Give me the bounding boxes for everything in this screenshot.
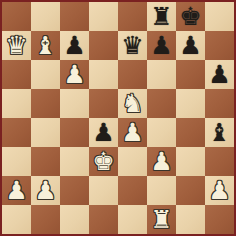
square-g4[interactable] [176,118,205,147]
square-h5[interactable] [205,89,234,118]
square-d3[interactable]: ♚ [89,147,118,176]
square-g2[interactable] [176,176,205,205]
square-c2[interactable] [60,176,89,205]
white-pawn[interactable]: ♟ [34,176,56,205]
square-b3[interactable] [31,147,60,176]
square-d6[interactable] [89,60,118,89]
chessboard: ♜♚♛♝♟♛♟♟♟♟♞♟♟♝♚♟♟♟♟♜ [2,2,234,234]
square-b1[interactable] [31,205,60,234]
chessboard-frame: ♜♚♛♝♟♛♟♟♟♟♞♟♟♝♚♟♟♟♟♜ [0,0,236,236]
square-c8[interactable] [60,2,89,31]
square-d5[interactable] [89,89,118,118]
square-a6[interactable] [2,60,31,89]
square-e7[interactable]: ♛ [118,31,147,60]
square-h8[interactable] [205,2,234,31]
square-c1[interactable] [60,205,89,234]
square-g5[interactable] [176,89,205,118]
square-a3[interactable] [2,147,31,176]
square-a7[interactable]: ♛ [2,31,31,60]
square-a2[interactable]: ♟ [2,176,31,205]
square-c4[interactable] [60,118,89,147]
square-a1[interactable] [2,205,31,234]
black-pawn[interactable]: ♟ [150,31,172,60]
square-f4[interactable] [147,118,176,147]
square-e2[interactable] [118,176,147,205]
square-b6[interactable] [31,60,60,89]
square-a4[interactable] [2,118,31,147]
square-h2[interactable]: ♟ [205,176,234,205]
square-h7[interactable] [205,31,234,60]
square-a8[interactable] [2,2,31,31]
square-f1[interactable]: ♜ [147,205,176,234]
square-c7[interactable]: ♟ [60,31,89,60]
square-e3[interactable] [118,147,147,176]
white-pawn[interactable]: ♟ [208,176,230,205]
square-d4[interactable]: ♟ [89,118,118,147]
square-f7[interactable]: ♟ [147,31,176,60]
square-e4[interactable]: ♟ [118,118,147,147]
square-c6[interactable]: ♟ [60,60,89,89]
white-pawn[interactable]: ♟ [121,118,143,147]
black-pawn[interactable]: ♟ [208,60,230,89]
white-king[interactable]: ♚ [92,147,114,176]
square-f3[interactable]: ♟ [147,147,176,176]
square-h3[interactable] [205,147,234,176]
square-f5[interactable] [147,89,176,118]
square-e8[interactable] [118,2,147,31]
white-bishop[interactable]: ♝ [34,31,56,60]
square-b4[interactable] [31,118,60,147]
square-c5[interactable] [60,89,89,118]
white-rook[interactable]: ♜ [150,205,172,234]
square-b7[interactable]: ♝ [31,31,60,60]
black-bishop[interactable]: ♝ [208,118,230,147]
white-knight[interactable]: ♞ [121,89,143,118]
square-f8[interactable]: ♜ [147,2,176,31]
square-g8[interactable]: ♚ [176,2,205,31]
square-e1[interactable] [118,205,147,234]
black-king[interactable]: ♚ [179,2,201,31]
square-g3[interactable] [176,147,205,176]
black-queen[interactable]: ♛ [121,31,143,60]
square-a5[interactable] [2,89,31,118]
square-g1[interactable] [176,205,205,234]
white-pawn[interactable]: ♟ [63,60,85,89]
white-pawn[interactable]: ♟ [150,147,172,176]
black-pawn[interactable]: ♟ [179,31,201,60]
square-h4[interactable]: ♝ [205,118,234,147]
square-h6[interactable]: ♟ [205,60,234,89]
square-b2[interactable]: ♟ [31,176,60,205]
square-b5[interactable] [31,89,60,118]
black-pawn[interactable]: ♟ [92,118,114,147]
square-g6[interactable] [176,60,205,89]
square-e6[interactable] [118,60,147,89]
square-d7[interactable] [89,31,118,60]
white-pawn[interactable]: ♟ [5,176,27,205]
square-b8[interactable] [31,2,60,31]
square-c3[interactable] [60,147,89,176]
square-d8[interactable] [89,2,118,31]
white-queen[interactable]: ♛ [5,31,27,60]
black-rook[interactable]: ♜ [150,2,172,31]
square-h1[interactable] [205,205,234,234]
square-g7[interactable]: ♟ [176,31,205,60]
square-e5[interactable]: ♞ [118,89,147,118]
black-pawn[interactable]: ♟ [63,31,85,60]
square-f6[interactable] [147,60,176,89]
square-f2[interactable] [147,176,176,205]
square-d2[interactable] [89,176,118,205]
square-d1[interactable] [89,205,118,234]
